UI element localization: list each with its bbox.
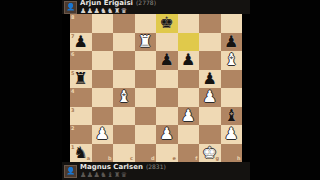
square-f1[interactable]: f [178, 144, 200, 163]
square-a3[interactable]: 3 [70, 107, 92, 126]
file-label-h: h [237, 156, 241, 161]
piece-white-pawn[interactable]: ♟ [160, 126, 174, 142]
bottom-player-captured-pieces: ♟♟♟♞♝♜♛ [80, 172, 166, 179]
square-b5[interactable] [92, 70, 114, 89]
square-h6[interactable]: ♝ [221, 51, 243, 70]
square-d1[interactable]: d [135, 144, 157, 163]
square-e5[interactable] [156, 70, 178, 89]
square-f4[interactable] [178, 88, 200, 107]
top-player-bar: 👤 Arjun Erigaisi (2778) ♟♟♟♞♞♜♛ [62, 0, 250, 14]
square-d8[interactable] [135, 14, 157, 33]
square-h3[interactable]: ♝ [221, 107, 243, 126]
piece-black-pawn[interactable]: ♟ [74, 34, 88, 50]
chess-app-content: 👤 Arjun Erigaisi (2778) ♟♟♟♞♞♜♛ 8♚7♟♜♟6♟… [62, 0, 250, 180]
left-letterbox-bar [0, 0, 62, 180]
square-a2[interactable]: 2 [70, 125, 92, 144]
square-c2[interactable] [113, 125, 135, 144]
square-b7[interactable] [92, 33, 114, 52]
square-h8[interactable] [221, 14, 243, 33]
square-a7[interactable]: 7♟ [70, 33, 92, 52]
square-a1[interactable]: 1a♞ [70, 144, 92, 163]
square-a6[interactable]: 6 [70, 51, 92, 70]
square-g1[interactable]: g♚ [199, 144, 221, 163]
rank-label-4: 4 [71, 89, 74, 94]
square-c5[interactable] [113, 70, 135, 89]
square-h1[interactable]: h [221, 144, 243, 163]
piece-black-king[interactable]: ♚ [160, 15, 174, 31]
square-e4[interactable] [156, 88, 178, 107]
file-label-g: g [215, 156, 219, 161]
square-b4[interactable] [92, 88, 114, 107]
square-d3[interactable] [135, 107, 157, 126]
piece-white-pawn[interactable]: ♟ [181, 108, 195, 124]
piece-white-bishop[interactable]: ♝ [117, 89, 131, 105]
square-h7[interactable]: ♟ [221, 33, 243, 52]
square-b2[interactable]: ♟ [92, 125, 114, 144]
bottom-player-bar: 👤 Magnus Carlsen (2831) ♟♟♟♞♝♜♛ [62, 162, 250, 180]
piece-white-rook[interactable]: ♜ [138, 34, 152, 50]
square-e6[interactable]: ♟ [156, 51, 178, 70]
piece-black-bishop[interactable]: ♝ [224, 108, 238, 124]
piece-black-pawn[interactable]: ♟ [181, 52, 195, 68]
piece-white-bishop[interactable]: ♝ [224, 52, 238, 68]
square-g6[interactable] [199, 51, 221, 70]
chess-board[interactable]: 8♚7♟♜♟6♟♟♝5♜♟4♝♟3♟♝2♟♟♟1a♞bcdefg♚h [70, 14, 242, 162]
square-c6[interactable] [113, 51, 135, 70]
square-d7[interactable]: ♜ [135, 33, 157, 52]
piece-black-rook[interactable]: ♜ [74, 71, 88, 87]
right-letterbox-bar [250, 0, 320, 180]
square-g2[interactable] [199, 125, 221, 144]
square-b8[interactable] [92, 14, 114, 33]
square-d4[interactable] [135, 88, 157, 107]
piece-white-pawn[interactable]: ♟ [224, 126, 238, 142]
square-a4[interactable]: 4 [70, 88, 92, 107]
square-h5[interactable] [221, 70, 243, 89]
square-g5[interactable]: ♟ [199, 70, 221, 89]
square-d2[interactable] [135, 125, 157, 144]
rank-label-7: 7 [71, 34, 74, 39]
square-c1[interactable]: c [113, 144, 135, 163]
square-g4[interactable]: ♟ [199, 88, 221, 107]
piece-white-pawn[interactable]: ♟ [203, 89, 217, 105]
square-b3[interactable] [92, 107, 114, 126]
square-f5[interactable] [178, 70, 200, 89]
square-g3[interactable] [199, 107, 221, 126]
file-label-e: e [173, 156, 176, 161]
piece-black-pawn[interactable]: ♟ [224, 34, 238, 50]
rank-label-5: 5 [71, 71, 74, 76]
piece-black-pawn[interactable]: ♟ [160, 52, 174, 68]
square-h4[interactable] [221, 88, 243, 107]
square-c4[interactable]: ♝ [113, 88, 135, 107]
square-e8[interactable]: ♚ [156, 14, 178, 33]
square-e1[interactable]: e [156, 144, 178, 163]
rank-label-6: 6 [71, 52, 74, 57]
rank-label-1: 1 [71, 145, 74, 150]
video-frame: 👤 Arjun Erigaisi (2778) ♟♟♟♞♞♜♛ 8♚7♟♜♟6♟… [0, 0, 320, 180]
top-player-avatar: 👤 [64, 1, 77, 14]
square-c7[interactable] [113, 33, 135, 52]
square-g8[interactable] [199, 14, 221, 33]
file-label-c: c [130, 156, 133, 161]
file-label-a: a [87, 156, 90, 161]
piece-white-pawn[interactable]: ♟ [95, 126, 109, 142]
square-f8[interactable] [178, 14, 200, 33]
bottom-player-name: Magnus Carlsen [80, 164, 143, 171]
square-a5[interactable]: 5♜ [70, 70, 92, 89]
top-player-rating: (2778) [136, 0, 156, 6]
square-e2[interactable]: ♟ [156, 125, 178, 144]
square-h2[interactable]: ♟ [221, 125, 243, 144]
top-player-name: Arjun Erigaisi [80, 0, 133, 7]
square-c3[interactable] [113, 107, 135, 126]
square-a8[interactable]: 8 [70, 14, 92, 33]
square-f7[interactable] [178, 33, 200, 52]
rank-label-2: 2 [71, 126, 74, 131]
file-label-f: f [195, 156, 197, 161]
square-e7[interactable] [156, 33, 178, 52]
rank-label-3: 3 [71, 108, 74, 113]
square-d6[interactable] [135, 51, 157, 70]
square-b1[interactable]: b [92, 144, 114, 163]
square-c8[interactable] [113, 14, 135, 33]
file-label-d: d [151, 156, 155, 161]
square-b6[interactable] [92, 51, 114, 70]
bottom-player-rating: (2831) [146, 164, 166, 170]
piece-black-pawn[interactable]: ♟ [203, 71, 217, 87]
square-d5[interactable] [135, 70, 157, 89]
file-label-b: b [108, 156, 112, 161]
square-f3[interactable]: ♟ [178, 107, 200, 126]
square-f2[interactable] [178, 125, 200, 144]
bottom-player-avatar: 👤 [64, 165, 77, 178]
square-e3[interactable] [156, 107, 178, 126]
rank-label-8: 8 [71, 15, 74, 20]
square-f6[interactable]: ♟ [178, 51, 200, 70]
square-g7[interactable] [199, 33, 221, 52]
